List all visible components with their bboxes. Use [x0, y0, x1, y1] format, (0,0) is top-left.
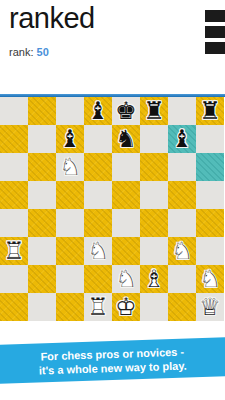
piece-white-knight: ♞♘ [56, 153, 84, 181]
bishop-glyph: ♝ [168, 125, 196, 153]
square-f4[interactable] [140, 209, 168, 237]
chess-board: ♝♚♜♜♝♞♝♞♘♜♖♞♘♞♘♞♘♝♗♞♘♜♖♚♔♛♕ [0, 97, 224, 321]
square-d8[interactable]: ♝ [84, 97, 112, 125]
square-f2[interactable]: ♝♗ [140, 265, 168, 293]
square-e5[interactable] [112, 181, 140, 209]
knight-glyph-outline: ♘ [56, 153, 84, 181]
square-b4[interactable] [28, 209, 56, 237]
bishop-glyph: ♝ [84, 97, 112, 125]
piece-white-knight: ♞♘ [112, 265, 140, 293]
queen-glyph-outline: ♕ [196, 293, 224, 321]
square-e1[interactable]: ♚♔ [112, 293, 140, 321]
square-c5[interactable] [56, 181, 84, 209]
rook-glyph: ♜ [140, 97, 168, 125]
square-g2[interactable] [168, 265, 196, 293]
piece-white-knight: ♞♘ [84, 237, 112, 265]
rank-status: rank: 50 [9, 46, 49, 58]
square-g8[interactable] [168, 97, 196, 125]
knight-glyph-outline: ♘ [196, 265, 224, 293]
square-f3[interactable] [140, 237, 168, 265]
square-b3[interactable] [28, 237, 56, 265]
square-b2[interactable] [28, 265, 56, 293]
square-a2[interactable] [0, 265, 28, 293]
square-g4[interactable] [168, 209, 196, 237]
rook-glyph: ♜ [196, 97, 224, 125]
square-b6[interactable] [28, 153, 56, 181]
hamburger-menu-icon[interactable] [205, 10, 225, 54]
piece-black-rook: ♜ [196, 97, 224, 125]
square-c3[interactable] [56, 237, 84, 265]
menu-bar [205, 10, 225, 22]
knight-glyph-outline: ♘ [168, 237, 196, 265]
knight-glyph-outline: ♘ [84, 237, 112, 265]
square-h6[interactable] [196, 153, 224, 181]
square-e7[interactable]: ♞ [112, 125, 140, 153]
square-h3[interactable] [196, 237, 224, 265]
menu-bar [205, 26, 225, 38]
square-g5[interactable] [168, 181, 196, 209]
square-c6[interactable]: ♞♘ [56, 153, 84, 181]
square-a5[interactable] [0, 181, 28, 209]
square-e4[interactable] [112, 209, 140, 237]
square-f8[interactable]: ♜ [140, 97, 168, 125]
bishop-glyph: ♝ [56, 125, 84, 153]
king-glyph: ♚ [112, 97, 140, 125]
square-b8[interactable] [28, 97, 56, 125]
square-a8[interactable] [0, 97, 28, 125]
square-c4[interactable] [56, 209, 84, 237]
piece-white-rook: ♜♖ [84, 293, 112, 321]
page-title: ranked [9, 2, 95, 35]
square-c8[interactable] [56, 97, 84, 125]
piece-white-bishop: ♝♗ [140, 265, 168, 293]
square-h8[interactable]: ♜ [196, 97, 224, 125]
piece-white-queen: ♛♕ [196, 293, 224, 321]
square-b1[interactable] [28, 293, 56, 321]
square-e3[interactable] [112, 237, 140, 265]
piece-white-knight: ♞♘ [196, 265, 224, 293]
square-f5[interactable] [140, 181, 168, 209]
rank-label: rank: [9, 46, 33, 58]
square-g1[interactable] [168, 293, 196, 321]
rank-value: 50 [37, 46, 49, 58]
square-a1[interactable] [0, 293, 28, 321]
square-b7[interactable] [28, 125, 56, 153]
piece-black-knight: ♞ [112, 125, 140, 153]
square-d2[interactable] [84, 265, 112, 293]
square-c2[interactable] [56, 265, 84, 293]
square-d1[interactable]: ♜♖ [84, 293, 112, 321]
square-h7[interactable] [196, 125, 224, 153]
square-h1[interactable]: ♛♕ [196, 293, 224, 321]
king-glyph-outline: ♔ [112, 293, 140, 321]
piece-white-knight: ♞♘ [168, 237, 196, 265]
square-b5[interactable] [28, 181, 56, 209]
square-g6[interactable] [168, 153, 196, 181]
piece-black-king: ♚ [112, 97, 140, 125]
square-e8[interactable]: ♚ [112, 97, 140, 125]
piece-white-rook: ♜♖ [0, 237, 28, 265]
square-a3[interactable]: ♜♖ [0, 237, 28, 265]
square-f6[interactable] [140, 153, 168, 181]
square-a7[interactable] [0, 125, 28, 153]
square-g7[interactable]: ♝ [168, 125, 196, 153]
square-g3[interactable]: ♞♘ [168, 237, 196, 265]
bishop-glyph-outline: ♗ [140, 265, 168, 293]
piece-black-bishop: ♝ [168, 125, 196, 153]
square-f7[interactable] [140, 125, 168, 153]
square-c7[interactable]: ♝ [56, 125, 84, 153]
square-f1[interactable] [140, 293, 168, 321]
menu-bar [205, 42, 225, 54]
square-d6[interactable] [84, 153, 112, 181]
square-d7[interactable] [84, 125, 112, 153]
piece-black-rook: ♜ [140, 97, 168, 125]
square-d5[interactable] [84, 181, 112, 209]
knight-glyph: ♞ [112, 125, 140, 153]
piece-black-bishop: ♝ [56, 125, 84, 153]
piece-black-bishop: ♝ [84, 97, 112, 125]
square-h4[interactable] [196, 209, 224, 237]
rook-glyph-outline: ♖ [0, 237, 28, 265]
square-e6[interactable] [112, 153, 140, 181]
promo-ribbon: For chess pros or novices - it's a whole… [0, 337, 225, 384]
piece-white-king: ♚♔ [112, 293, 140, 321]
square-d3[interactable]: ♞♘ [84, 237, 112, 265]
square-e2[interactable]: ♞♘ [112, 265, 140, 293]
square-a4[interactable] [0, 209, 28, 237]
square-h2[interactable]: ♞♘ [196, 265, 224, 293]
square-d4[interactable] [84, 209, 112, 237]
knight-glyph-outline: ♘ [112, 265, 140, 293]
square-a6[interactable] [0, 153, 28, 181]
square-c1[interactable] [56, 293, 84, 321]
rook-glyph-outline: ♖ [84, 293, 112, 321]
square-h5[interactable] [196, 181, 224, 209]
